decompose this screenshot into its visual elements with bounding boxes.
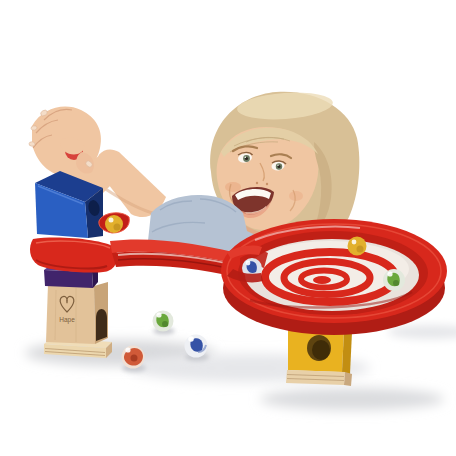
floor-green-marble [153, 311, 174, 332]
hape-logo-text: Hape [59, 316, 75, 324]
nostril [266, 183, 268, 185]
marble-swirl-dark [131, 355, 138, 362]
yellow-base-front [286, 370, 345, 385]
floor-blue-marble [185, 335, 208, 358]
marble-body [348, 237, 367, 256]
yellow-support-block [286, 328, 352, 386]
marble-swirl-dark [162, 321, 168, 327]
catchlight [245, 156, 247, 158]
marble-swirl [114, 224, 121, 231]
marble-highlight [188, 336, 194, 342]
tower-wood-block: Hape [46, 282, 108, 344]
hole-inner [312, 340, 330, 360]
marble-highlight [387, 271, 392, 276]
funnel-yellow-marble [105, 215, 123, 233]
cheek-blush [225, 182, 241, 192]
marble-swirl [357, 246, 364, 253]
arch-exit-hole [96, 309, 107, 341]
bowl-green-marble [383, 269, 405, 291]
catchlight [277, 165, 278, 166]
yellow-block-shadow [260, 388, 444, 410]
marble-highlight [125, 347, 130, 352]
marble-highlight [246, 261, 251, 266]
nostril [256, 182, 258, 184]
floor-red-marble [122, 346, 145, 369]
fingernail [29, 141, 35, 146]
marble-swirl-dark [393, 280, 399, 286]
marble-body [105, 215, 123, 233]
yellow-base-side [344, 372, 352, 386]
cheek-blush [289, 191, 303, 201]
bowl-yellow-marble [348, 237, 367, 256]
marble-highlight [156, 312, 161, 317]
spiral-bowl [221, 219, 447, 335]
purple-front [44, 270, 93, 288]
scene-canvas: Hape [0, 0, 456, 456]
wood-block-front [46, 284, 95, 344]
spiral-center [313, 276, 331, 284]
product-photo: Hape [0, 0, 456, 456]
marble-highlight [109, 218, 114, 223]
marble-highlight [352, 240, 357, 245]
